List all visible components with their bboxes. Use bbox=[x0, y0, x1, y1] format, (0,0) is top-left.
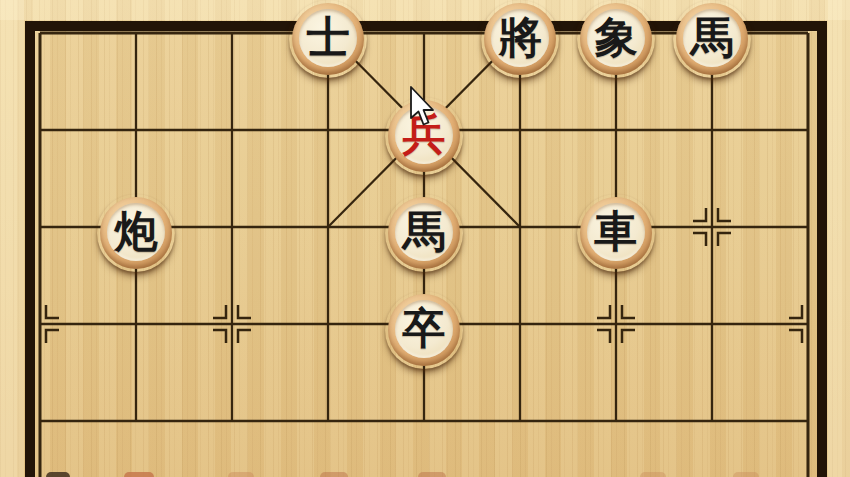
piece-glyph: 馬 bbox=[673, 0, 751, 76]
point-marker bbox=[597, 330, 610, 343]
piece-black-cannon[interactable]: 炮 bbox=[97, 194, 175, 272]
xiangqi-board[interactable]: 士將象馬兵炮馬車卒 bbox=[0, 0, 850, 477]
piece-glyph: 兵 bbox=[385, 97, 463, 173]
piece-glyph: 士 bbox=[289, 0, 367, 76]
point-marker bbox=[693, 233, 706, 246]
point-marker bbox=[718, 208, 731, 221]
point-marker bbox=[789, 305, 802, 318]
piece-black-horse-right[interactable]: 馬 bbox=[673, 0, 751, 78]
piece-black-elephant[interactable]: 象 bbox=[577, 0, 655, 78]
piece-glyph: 將 bbox=[481, 0, 559, 76]
piece-black-chariot[interactable]: 車 bbox=[577, 194, 655, 272]
point-marker bbox=[46, 305, 59, 318]
piece-glyph: 象 bbox=[577, 0, 655, 76]
point-marker bbox=[622, 305, 635, 318]
point-marker bbox=[238, 305, 251, 318]
piece-glyph: 炮 bbox=[97, 194, 175, 270]
point-marker bbox=[238, 330, 251, 343]
piece-red-soldier[interactable]: 兵 bbox=[385, 97, 463, 175]
point-marker bbox=[597, 305, 610, 318]
point-marker bbox=[46, 330, 59, 343]
piece-black-advisor[interactable]: 士 bbox=[289, 0, 367, 78]
point-marker bbox=[789, 330, 802, 343]
point-marker bbox=[693, 208, 706, 221]
piece-glyph: 馬 bbox=[385, 194, 463, 270]
point-marker bbox=[718, 233, 731, 246]
piece-black-horse-center[interactable]: 馬 bbox=[385, 194, 463, 272]
piece-black-soldier[interactable]: 卒 bbox=[385, 291, 463, 369]
piece-glyph: 卒 bbox=[385, 291, 463, 367]
point-marker bbox=[622, 330, 635, 343]
point-marker bbox=[213, 330, 226, 343]
piece-glyph: 車 bbox=[577, 194, 655, 270]
point-marker bbox=[213, 305, 226, 318]
piece-black-general[interactable]: 將 bbox=[481, 0, 559, 78]
